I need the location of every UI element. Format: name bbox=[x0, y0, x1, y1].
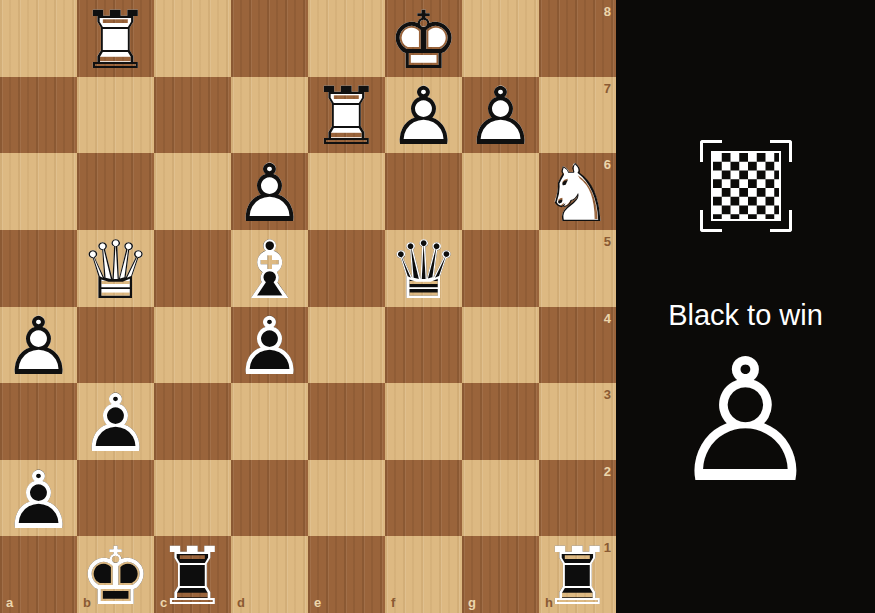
piece-white-knight-h6[interactable]: ♞♘ bbox=[539, 152, 616, 232]
piece-white-pawn-d6[interactable]: ♟♙ bbox=[231, 152, 308, 232]
coord-rank-7: 7 bbox=[604, 82, 611, 95]
piece-black-pawn-a2[interactable]: ♟♙ bbox=[0, 458, 77, 538]
square-h2[interactable]: 2 bbox=[539, 460, 616, 537]
coord-rank-4: 4 bbox=[604, 312, 611, 325]
square-c2[interactable] bbox=[154, 460, 231, 537]
piece-black-queen-f5[interactable]: ♛♕ bbox=[385, 228, 462, 308]
square-f4[interactable] bbox=[385, 307, 462, 384]
piece-black-king-b1[interactable]: ♚♔ bbox=[77, 535, 154, 613]
square-e5[interactable] bbox=[308, 230, 385, 307]
black-pawn-icon: ♙ bbox=[661, 336, 831, 506]
piece-outline-layer: ♙ bbox=[77, 386, 154, 461]
piece-black-bishop-d5[interactable]: ♝♗ bbox=[231, 228, 308, 308]
piece-outline-layer: ♗ bbox=[231, 233, 308, 308]
square-a8[interactable] bbox=[0, 0, 77, 77]
piece-outline-layer: ♖ bbox=[308, 80, 385, 155]
piece-outline-layer: ♖ bbox=[539, 540, 616, 613]
square-b7[interactable] bbox=[77, 77, 154, 154]
piece-outline-layer: ♙ bbox=[0, 310, 77, 385]
square-b8[interactable]: ♜♖ bbox=[77, 0, 154, 77]
piece-outline-layer: ♕ bbox=[77, 233, 154, 308]
square-c6[interactable] bbox=[154, 153, 231, 230]
square-g6[interactable] bbox=[462, 153, 539, 230]
piece-outline-layer: ♙ bbox=[231, 310, 308, 385]
square-e8[interactable] bbox=[308, 0, 385, 77]
square-c8[interactable] bbox=[154, 0, 231, 77]
coord-file-a: a bbox=[6, 596, 13, 609]
board-scan-icon bbox=[700, 140, 792, 232]
square-d4[interactable]: ♟♙ bbox=[231, 307, 308, 384]
square-e7[interactable]: ♜♖ bbox=[308, 77, 385, 154]
square-b5[interactable]: ♛♕ bbox=[77, 230, 154, 307]
piece-outline-layer: ♔ bbox=[385, 3, 462, 78]
square-c5[interactable] bbox=[154, 230, 231, 307]
square-h6[interactable]: 6♞♘ bbox=[539, 153, 616, 230]
square-f3[interactable] bbox=[385, 383, 462, 460]
square-f1[interactable]: f bbox=[385, 536, 462, 613]
square-e3[interactable] bbox=[308, 383, 385, 460]
piece-white-rook-b8[interactable]: ♜♖ bbox=[77, 0, 154, 78]
square-b3[interactable]: ♟♙ bbox=[77, 383, 154, 460]
coord-file-f: f bbox=[391, 596, 395, 609]
coord-rank-3: 3 bbox=[604, 388, 611, 401]
square-g7[interactable]: ♟♙ bbox=[462, 77, 539, 154]
square-d2[interactable] bbox=[231, 460, 308, 537]
piece-white-pawn-f7[interactable]: ♟♙ bbox=[385, 75, 462, 155]
square-c3[interactable] bbox=[154, 383, 231, 460]
square-b1[interactable]: b♚♔ bbox=[77, 536, 154, 613]
piece-outline-layer: ♙ bbox=[385, 80, 462, 155]
square-a3[interactable] bbox=[0, 383, 77, 460]
square-c4[interactable] bbox=[154, 307, 231, 384]
checkerboard-icon bbox=[711, 151, 781, 221]
square-a2[interactable]: ♟♙ bbox=[0, 460, 77, 537]
piece-black-pawn-b3[interactable]: ♟♙ bbox=[77, 381, 154, 461]
square-f8[interactable]: ♚♔ bbox=[385, 0, 462, 77]
coord-rank-5: 5 bbox=[604, 235, 611, 248]
square-f6[interactable] bbox=[385, 153, 462, 230]
square-a4[interactable]: ♟♙ bbox=[0, 307, 77, 384]
piece-white-queen-b5[interactable]: ♛♕ bbox=[77, 228, 154, 308]
square-f7[interactable]: ♟♙ bbox=[385, 77, 462, 154]
piece-white-king-f8[interactable]: ♚♔ bbox=[385, 0, 462, 78]
square-h5[interactable]: 5 bbox=[539, 230, 616, 307]
square-b6[interactable] bbox=[77, 153, 154, 230]
square-b2[interactable] bbox=[77, 460, 154, 537]
square-e4[interactable] bbox=[308, 307, 385, 384]
square-h8[interactable]: 8 bbox=[539, 0, 616, 77]
square-d7[interactable] bbox=[231, 77, 308, 154]
chess-board: ♜♖♚♔8♜♖♟♙♟♙7♟♙6♞♘♛♕♝♗♛♕5♟♙♟♙4♟♙3♟♙2ab♚♔c… bbox=[0, 0, 616, 613]
chess-puzzle-app: ♜♖♚♔8♜♖♟♙♟♙7♟♙6♞♘♛♕♝♗♛♕5♟♙♟♙4♟♙3♟♙2ab♚♔c… bbox=[0, 0, 875, 613]
square-d6[interactable]: ♟♙ bbox=[231, 153, 308, 230]
piece-black-rook-c1[interactable]: ♜♖ bbox=[154, 535, 231, 613]
piece-white-pawn-g7[interactable]: ♟♙ bbox=[462, 75, 539, 155]
square-e2[interactable] bbox=[308, 460, 385, 537]
piece-outline-layer: ♙ bbox=[231, 157, 308, 232]
coord-rank-8: 8 bbox=[604, 5, 611, 18]
square-e6[interactable] bbox=[308, 153, 385, 230]
piece-outline-layer: ♕ bbox=[385, 233, 462, 308]
square-g8[interactable] bbox=[462, 0, 539, 77]
piece-outline-layer: ♖ bbox=[77, 3, 154, 78]
square-a1[interactable]: a bbox=[0, 536, 77, 613]
square-g1[interactable]: g bbox=[462, 536, 539, 613]
square-g5[interactable] bbox=[462, 230, 539, 307]
square-c7[interactable] bbox=[154, 77, 231, 154]
square-d1[interactable]: d bbox=[231, 536, 308, 613]
piece-outline-layer: ♔ bbox=[77, 540, 154, 613]
square-h1[interactable]: 1h♜♖ bbox=[539, 536, 616, 613]
coord-file-d: d bbox=[237, 596, 245, 609]
square-d5[interactable]: ♝♗ bbox=[231, 230, 308, 307]
square-f5[interactable]: ♛♕ bbox=[385, 230, 462, 307]
square-g2[interactable] bbox=[462, 460, 539, 537]
piece-outline-layer: ♖ bbox=[154, 540, 231, 613]
square-b4[interactable] bbox=[77, 307, 154, 384]
square-c1[interactable]: c♜♖ bbox=[154, 536, 231, 613]
square-g3[interactable] bbox=[462, 383, 539, 460]
square-a5[interactable] bbox=[0, 230, 77, 307]
piece-black-pawn-d4[interactable]: ♟♙ bbox=[231, 305, 308, 385]
coord-rank-2: 2 bbox=[604, 465, 611, 478]
piece-outline-layer: ♙ bbox=[462, 80, 539, 155]
piece-black-rook-h1[interactable]: ♜♖ bbox=[539, 535, 616, 613]
coord-file-g: g bbox=[468, 596, 476, 609]
square-g4[interactable] bbox=[462, 307, 539, 384]
square-a6[interactable] bbox=[0, 153, 77, 230]
square-h3[interactable]: 3 bbox=[539, 383, 616, 460]
square-h4[interactable]: 4 bbox=[539, 307, 616, 384]
coord-file-e: e bbox=[314, 596, 321, 609]
square-e1[interactable]: e bbox=[308, 536, 385, 613]
square-d3[interactable] bbox=[231, 383, 308, 460]
piece-white-pawn-a4[interactable]: ♟♙ bbox=[0, 305, 77, 385]
square-h7[interactable]: 7 bbox=[539, 77, 616, 154]
piece-white-rook-e7[interactable]: ♜♖ bbox=[308, 75, 385, 155]
square-a7[interactable] bbox=[0, 77, 77, 154]
square-d8[interactable] bbox=[231, 0, 308, 77]
sidebar: Black to win ♙ bbox=[616, 0, 875, 613]
square-f2[interactable] bbox=[385, 460, 462, 537]
piece-outline-layer: ♙ bbox=[0, 463, 77, 538]
piece-outline-layer: ♘ bbox=[539, 157, 616, 232]
